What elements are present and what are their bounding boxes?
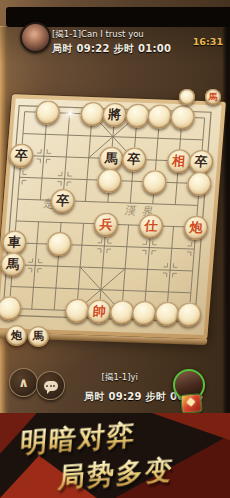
chat-bubble-icon — [44, 381, 58, 391]
piece-hidden[interactable] — [179, 89, 195, 105]
promo-banner[interactable]: 明暗对弈 局势多变 — [0, 413, 230, 498]
top-player-clock: 局时 09:22 步时 01:00 — [52, 42, 171, 56]
rank-badge-icon — [180, 393, 203, 414]
collapse-panel-button[interactable]: ∧ — [9, 368, 38, 397]
piece-black-horse[interactable]: 馬 — [28, 326, 49, 347]
top-player-avatar[interactable] — [20, 22, 51, 53]
captured-tray-bottom: 炮馬 — [6, 325, 54, 347]
top-player-name: [揭1-1]Can I trust you — [52, 29, 144, 41]
table-edge-dark — [222, 26, 230, 416]
last-move-marker-icon — [68, 112, 71, 115]
chevron-up-icon: ∧ — [18, 378, 29, 388]
chat-button[interactable] — [36, 371, 65, 400]
system-time: 16:31 — [193, 36, 223, 47]
piece-black-cannon[interactable]: 炮 — [6, 325, 27, 346]
piece-red-horse[interactable]: 馬 — [205, 89, 221, 105]
game-screen: [揭1-1]Can I trust you 局时 09:22 步时 01:00 … — [0, 0, 230, 498]
bottom-player-name: [揭1-1]yi — [102, 372, 138, 384]
captured-tray-top: 馬 — [179, 89, 225, 107]
banner-text-line1: 明暗对弈 — [19, 417, 137, 461]
xiangqi-board[interactable]: 楚河 漢界 將卒馬卒相卒卒兵仕炮車馬帥 — [0, 94, 226, 339]
